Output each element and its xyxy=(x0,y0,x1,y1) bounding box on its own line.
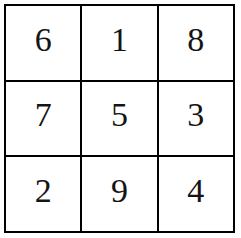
grid-cell-r3c2: 9 xyxy=(82,157,156,231)
magic-square-board: 6 1 8 7 5 3 2 9 4 xyxy=(4,4,235,233)
grid-cell-r2c3: 3 xyxy=(159,82,233,156)
grid-cell-r1c2: 1 xyxy=(82,6,156,80)
grid-cell-r1c1: 6 xyxy=(6,6,80,80)
grid-cell-r1c3: 8 xyxy=(159,6,233,80)
grid-cell-r3c3: 4 xyxy=(159,157,233,231)
grid-cell-r2c2: 5 xyxy=(82,82,156,156)
grid-cell-r3c1: 2 xyxy=(6,157,80,231)
grid-cell-r2c1: 7 xyxy=(6,82,80,156)
